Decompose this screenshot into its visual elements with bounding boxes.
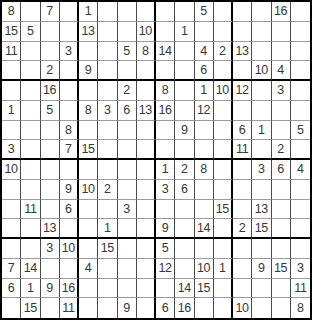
cell-r11c2-given: 11: [21, 200, 40, 220]
cell-r11c1-empty[interactable]: [2, 200, 21, 220]
cell-r4c12-empty[interactable]: [214, 61, 233, 81]
cell-r14c11-given: 10: [195, 259, 214, 279]
cell-r9c14-given: 3: [252, 160, 271, 180]
cell-r12c7-empty[interactable]: [118, 219, 137, 239]
cell-r4c15-given: 4: [272, 61, 291, 81]
cell-r1c8-empty[interactable]: [137, 2, 156, 22]
cell-r3c14-empty[interactable]: [252, 42, 271, 62]
cell-r16c5-empty[interactable]: [79, 298, 98, 318]
cell-r14c6-empty[interactable]: [98, 259, 117, 279]
cell-r14c12-given: 1: [214, 259, 233, 279]
cell-r15c1-given: 6: [2, 279, 21, 299]
cell-r6c4-empty[interactable]: [60, 101, 79, 121]
sudoku-board: 8715161551310111358144213296104162811012…: [0, 0, 312, 320]
cell-r16c6-empty[interactable]: [98, 298, 117, 318]
cell-r2c10-given: 1: [175, 22, 194, 42]
cell-r12c4-empty[interactable]: [60, 219, 79, 239]
cell-r6c16-empty[interactable]: [291, 101, 310, 121]
cell-r15c10-given: 14: [175, 279, 194, 299]
cell-r2c4-empty[interactable]: [60, 22, 79, 42]
cell-r16c12-empty[interactable]: [214, 298, 233, 318]
cell-r13c1-empty[interactable]: [2, 239, 21, 259]
cell-r6c6-given: 3: [98, 101, 117, 121]
cell-r16c1-empty[interactable]: [2, 298, 21, 318]
cell-r11c9-empty[interactable]: [156, 200, 175, 220]
cell-r9c4-empty[interactable]: [60, 160, 79, 180]
cell-r15c6-empty[interactable]: [98, 279, 117, 299]
cell-r14c10-empty[interactable]: [175, 259, 194, 279]
cell-r8c16-empty[interactable]: [291, 140, 310, 160]
cell-r10c15-empty[interactable]: [272, 180, 291, 200]
cell-r1c3-given: 7: [41, 2, 60, 22]
cell-r6c13-empty[interactable]: [233, 101, 252, 121]
cell-r13c2-empty[interactable]: [21, 239, 40, 259]
cell-r13c3-given: 3: [41, 239, 60, 259]
cell-r7c16-given: 5: [291, 121, 310, 141]
cell-r10c14-empty[interactable]: [252, 180, 271, 200]
cell-r9c6-empty[interactable]: [98, 160, 117, 180]
cell-r5c9-given: 8: [156, 81, 175, 101]
cell-r3c8-given: 8: [137, 42, 156, 62]
cell-r10c5-given: 10: [79, 180, 98, 200]
cell-r14c9-given: 12: [156, 259, 175, 279]
cell-r11c12-given: 15: [214, 200, 233, 220]
cell-r4c6-empty[interactable]: [98, 61, 117, 81]
cell-r15c2-given: 1: [21, 279, 40, 299]
cell-r10c10-given: 6: [175, 180, 194, 200]
cell-r9c15-given: 6: [272, 160, 291, 180]
cell-r5c13-given: 12: [233, 81, 252, 101]
cell-r16c4-given: 11: [60, 298, 79, 318]
cell-r8c13-given: 11: [233, 140, 252, 160]
cell-r9c12-empty[interactable]: [214, 160, 233, 180]
cell-r8c5-given: 15: [79, 140, 98, 160]
cell-r7c12-empty[interactable]: [214, 121, 233, 141]
cell-r6c9-given: 16: [156, 101, 175, 121]
cell-r4c9-empty[interactable]: [156, 61, 175, 81]
cell-r1c16-empty[interactable]: [291, 2, 310, 22]
cell-r4c14-given: 10: [252, 61, 271, 81]
cell-r2c8-given: 10: [137, 22, 156, 42]
cell-r11c16-empty[interactable]: [291, 200, 310, 220]
cell-r1c11-given: 5: [195, 2, 214, 22]
cell-r3c4-given: 3: [60, 42, 79, 62]
cell-r7c8-empty[interactable]: [137, 121, 156, 141]
cell-r3c7-given: 5: [118, 42, 137, 62]
cell-r13c10-empty[interactable]: [175, 239, 194, 259]
cell-r1c12-empty[interactable]: [214, 2, 233, 22]
cell-r7c11-empty[interactable]: [195, 121, 214, 141]
cell-r3c15-empty[interactable]: [272, 42, 291, 62]
cell-r14c16-given: 3: [291, 259, 310, 279]
cell-r12c15-empty[interactable]: [272, 219, 291, 239]
cell-r5c11-given: 1: [195, 81, 214, 101]
cell-r12c9-given: 9: [156, 219, 175, 239]
cell-r8c14-empty[interactable]: [252, 140, 271, 160]
cell-r12c5-empty[interactable]: [79, 219, 98, 239]
cell-r12c2-empty[interactable]: [21, 219, 40, 239]
cell-r5c8-empty[interactable]: [137, 81, 156, 101]
cell-r4c7-empty[interactable]: [118, 61, 137, 81]
cell-r7c13-given: 6: [233, 121, 252, 141]
cell-r8c12-empty[interactable]: [214, 140, 233, 160]
cell-r4c8-empty[interactable]: [137, 61, 156, 81]
cell-r8c11-empty[interactable]: [195, 140, 214, 160]
cell-r15c15-empty[interactable]: [272, 279, 291, 299]
cell-r10c8-empty[interactable]: [137, 180, 156, 200]
cell-r2c6-empty[interactable]: [98, 22, 117, 42]
cell-r6c14-empty[interactable]: [252, 101, 271, 121]
cell-r8c6-empty[interactable]: [98, 140, 117, 160]
cell-r15c9-empty[interactable]: [156, 279, 175, 299]
cell-r16c9-given: 6: [156, 298, 175, 318]
cell-r12c10-empty[interactable]: [175, 219, 194, 239]
cell-r10c2-empty[interactable]: [21, 180, 40, 200]
cell-r7c14-given: 1: [252, 121, 271, 141]
cell-r4c13-empty[interactable]: [233, 61, 252, 81]
cell-r14c13-empty[interactable]: [233, 259, 252, 279]
cell-r11c8-empty[interactable]: [137, 200, 156, 220]
cell-r16c11-empty[interactable]: [195, 298, 214, 318]
cell-r11c5-empty[interactable]: [79, 200, 98, 220]
cell-r1c2-empty[interactable]: [21, 2, 40, 22]
cell-r7c6-empty[interactable]: [98, 121, 117, 141]
cell-r5c7-given: 2: [118, 81, 137, 101]
cell-r16c7-given: 9: [118, 298, 137, 318]
cell-r9c11-given: 8: [195, 160, 214, 180]
cell-r7c9-empty[interactable]: [156, 121, 175, 141]
cell-r7c3-empty[interactable]: [41, 121, 60, 141]
cell-r5c5-empty[interactable]: [79, 81, 98, 101]
cell-r13c7-empty[interactable]: [118, 239, 137, 259]
cell-r2c14-empty[interactable]: [252, 22, 271, 42]
cell-r4c3-given: 2: [41, 61, 60, 81]
cell-r8c4-given: 7: [60, 140, 79, 160]
cell-r11c13-empty[interactable]: [233, 200, 252, 220]
cell-r2c1-given: 15: [2, 22, 21, 42]
cell-r13c8-empty[interactable]: [137, 239, 156, 259]
cell-r3c1-given: 11: [2, 42, 21, 62]
cell-r1c7-empty[interactable]: [118, 2, 137, 22]
cell-r5c14-empty[interactable]: [252, 81, 271, 101]
cell-r1c13-empty[interactable]: [233, 2, 252, 22]
cell-r3c13-given: 13: [233, 42, 252, 62]
cell-r15c16-given: 11: [291, 279, 310, 299]
cell-r9c3-empty[interactable]: [41, 160, 60, 180]
cell-r11c14-given: 13: [252, 200, 271, 220]
cell-r14c3-empty[interactable]: [41, 259, 60, 279]
cell-r3c2-empty[interactable]: [21, 42, 40, 62]
cell-r4c5-given: 9: [79, 61, 98, 81]
cell-r4c4-empty[interactable]: [60, 61, 79, 81]
cell-r13c16-empty[interactable]: [291, 239, 310, 259]
cell-r5c6-empty[interactable]: [98, 81, 117, 101]
cell-r3c9-given: 14: [156, 42, 175, 62]
cell-r2c16-empty[interactable]: [291, 22, 310, 42]
cell-r6c5-given: 8: [79, 101, 98, 121]
cell-r7c10-given: 9: [175, 121, 194, 141]
cell-r4c16-empty[interactable]: [291, 61, 310, 81]
cell-r2c7-empty[interactable]: [118, 22, 137, 42]
cell-r11c7-given: 3: [118, 200, 137, 220]
cell-r10c6-given: 2: [98, 180, 117, 200]
cell-r9c10-given: 2: [175, 160, 194, 180]
cell-r6c12-empty[interactable]: [214, 101, 233, 121]
cell-r8c3-empty[interactable]: [41, 140, 60, 160]
cell-r1c14-empty[interactable]: [252, 2, 271, 22]
cell-r7c2-empty[interactable]: [21, 121, 40, 141]
cell-r1c5-given: 1: [79, 2, 98, 22]
cell-r12c16-empty[interactable]: [291, 219, 310, 239]
cell-r8c15-given: 2: [272, 140, 291, 160]
cell-r16c14-empty[interactable]: [252, 298, 271, 318]
cell-r2c13-empty[interactable]: [233, 22, 252, 42]
cell-r4c11-given: 6: [195, 61, 214, 81]
cell-r11c6-empty[interactable]: [98, 200, 117, 220]
cell-r9c7-empty[interactable]: [118, 160, 137, 180]
cell-r6c8-given: 13: [137, 101, 156, 121]
cell-r14c8-empty[interactable]: [137, 259, 156, 279]
cell-r13c12-empty[interactable]: [214, 239, 233, 259]
cell-r9c5-empty[interactable]: [79, 160, 98, 180]
cell-r12c6-given: 1: [98, 219, 117, 239]
cell-r10c9-given: 3: [156, 180, 175, 200]
cell-r15c5-empty[interactable]: [79, 279, 98, 299]
cell-r8c10-empty[interactable]: [175, 140, 194, 160]
cell-r11c4-given: 6: [60, 200, 79, 220]
cell-r12c11-given: 14: [195, 219, 214, 239]
cell-r2c5-given: 13: [79, 22, 98, 42]
cell-r1c15-given: 16: [272, 2, 291, 22]
cell-r1c6-empty[interactable]: [98, 2, 117, 22]
cell-r15c3-given: 9: [41, 279, 60, 299]
cell-r11c3-empty[interactable]: [41, 200, 60, 220]
cell-r3c6-empty[interactable]: [98, 42, 117, 62]
cell-r15c4-given: 16: [60, 279, 79, 299]
cell-r10c11-empty[interactable]: [195, 180, 214, 200]
cell-r3c16-empty[interactable]: [291, 42, 310, 62]
cell-r14c1-given: 7: [2, 259, 21, 279]
cell-r13c15-empty[interactable]: [272, 239, 291, 259]
cell-r1c10-empty[interactable]: [175, 2, 194, 22]
cell-r8c9-empty[interactable]: [156, 140, 175, 160]
cell-r6c2-empty[interactable]: [21, 101, 40, 121]
cell-r15c12-empty[interactable]: [214, 279, 233, 299]
cell-r1c9-empty[interactable]: [156, 2, 175, 22]
cell-r13c13-empty[interactable]: [233, 239, 252, 259]
cell-r7c7-empty[interactable]: [118, 121, 137, 141]
cell-r8c7-empty[interactable]: [118, 140, 137, 160]
cell-r6c3-given: 5: [41, 101, 60, 121]
cell-r16c3-empty[interactable]: [41, 298, 60, 318]
cell-r11c11-empty[interactable]: [195, 200, 214, 220]
cell-r2c3-empty[interactable]: [41, 22, 60, 42]
cell-r3c11-given: 4: [195, 42, 214, 62]
cell-r11c15-empty[interactable]: [272, 200, 291, 220]
cell-r5c10-empty[interactable]: [175, 81, 194, 101]
cell-r5c12-given: 10: [214, 81, 233, 101]
cell-r8c2-empty[interactable]: [21, 140, 40, 160]
cell-r9c9-given: 1: [156, 160, 175, 180]
sudoku-page: 8715161551310111358144213296104162811012…: [0, 0, 312, 320]
cell-r16c15-empty[interactable]: [272, 298, 291, 318]
cell-r3c3-empty[interactable]: [41, 42, 60, 62]
cell-r10c12-empty[interactable]: [214, 180, 233, 200]
cell-r11c10-empty[interactable]: [175, 200, 194, 220]
cell-r14c5-given: 4: [79, 259, 98, 279]
cell-r10c16-empty[interactable]: [291, 180, 310, 200]
cell-r13c6-given: 15: [98, 239, 117, 259]
cell-r13c9-given: 5: [156, 239, 175, 259]
cell-r15c13-empty[interactable]: [233, 279, 252, 299]
cell-r2c11-empty[interactable]: [195, 22, 214, 42]
cell-r15c7-empty[interactable]: [118, 279, 137, 299]
cell-r16c13-given: 10: [233, 298, 252, 318]
cell-r2c12-empty[interactable]: [214, 22, 233, 42]
cell-r1c1-given: 8: [2, 2, 21, 22]
cell-r12c14-given: 15: [252, 219, 271, 239]
cell-r10c7-empty[interactable]: [118, 180, 137, 200]
cell-r9c2-empty[interactable]: [21, 160, 40, 180]
cell-r6c15-empty[interactable]: [272, 101, 291, 121]
cell-r16c8-empty[interactable]: [137, 298, 156, 318]
cell-r6c11-given: 12: [195, 101, 214, 121]
cell-r12c8-empty[interactable]: [137, 219, 156, 239]
cell-r13c14-empty[interactable]: [252, 239, 271, 259]
cell-r2c2-given: 5: [21, 22, 40, 42]
cell-r14c14-given: 9: [252, 259, 271, 279]
cell-r1c4-empty[interactable]: [60, 2, 79, 22]
cell-r9c13-empty[interactable]: [233, 160, 252, 180]
cell-r10c3-empty[interactable]: [41, 180, 60, 200]
cell-r7c4-given: 8: [60, 121, 79, 141]
cell-r8c8-empty[interactable]: [137, 140, 156, 160]
cell-r13c11-empty[interactable]: [195, 239, 214, 259]
cell-r9c1-given: 10: [2, 160, 21, 180]
cell-r6c7-given: 6: [118, 101, 137, 121]
cell-r2c15-empty[interactable]: [272, 22, 291, 42]
cell-r4c2-empty[interactable]: [21, 61, 40, 81]
cell-r10c13-empty[interactable]: [233, 180, 252, 200]
cell-r15c11-given: 15: [195, 279, 214, 299]
cell-r3c5-empty[interactable]: [79, 42, 98, 62]
cell-r10c4-given: 9: [60, 180, 79, 200]
cell-r7c15-empty[interactable]: [272, 121, 291, 141]
cell-r12c3-given: 13: [41, 219, 60, 239]
cell-r6c10-empty[interactable]: [175, 101, 194, 121]
cell-r13c4-given: 10: [60, 239, 79, 259]
cell-r5c1-empty[interactable]: [2, 81, 21, 101]
cell-r15c8-empty[interactable]: [137, 279, 156, 299]
cell-r16c10-given: 16: [175, 298, 194, 318]
cell-r5c15-given: 3: [272, 81, 291, 101]
cell-r5c3-given: 16: [41, 81, 60, 101]
cell-r5c16-empty[interactable]: [291, 81, 310, 101]
cell-r10c1-empty[interactable]: [2, 180, 21, 200]
cell-r9c16-given: 4: [291, 160, 310, 180]
cell-r3c10-empty[interactable]: [175, 42, 194, 62]
cell-r12c13-given: 2: [233, 219, 252, 239]
cell-r7c5-empty[interactable]: [79, 121, 98, 141]
cell-r8c1-given: 3: [2, 140, 21, 160]
cell-r14c2-given: 14: [21, 259, 40, 279]
cell-r4c10-empty[interactable]: [175, 61, 194, 81]
cell-r12c12-empty[interactable]: [214, 219, 233, 239]
cell-r6c1-given: 1: [2, 101, 21, 121]
cell-r14c15-given: 15: [272, 259, 291, 279]
cell-r5c2-empty[interactable]: [21, 81, 40, 101]
cell-r4c1-empty[interactable]: [2, 61, 21, 81]
cell-r2c9-empty[interactable]: [156, 22, 175, 42]
cell-r3c12-given: 2: [214, 42, 233, 62]
cell-r13c5-empty[interactable]: [79, 239, 98, 259]
cell-r16c2-given: 15: [21, 298, 40, 318]
cell-r15c14-empty[interactable]: [252, 279, 271, 299]
cell-r7c1-empty[interactable]: [2, 121, 21, 141]
cell-r9c8-empty[interactable]: [137, 160, 156, 180]
cell-r12c1-empty[interactable]: [2, 219, 21, 239]
cell-r5c4-empty[interactable]: [60, 81, 79, 101]
cell-r14c4-empty[interactable]: [60, 259, 79, 279]
cell-r14c7-empty[interactable]: [118, 259, 137, 279]
cell-r16c16-given: 8: [291, 298, 310, 318]
